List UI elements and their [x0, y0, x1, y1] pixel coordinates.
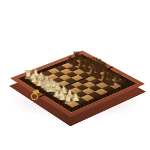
scene-3d: ♜♞♝♛♚♝♞♜♟♟♟♟♟♟♟♟♟♟♟♟♟♟♟♟♜♞♝♛♚♝♞♜: [0, 0, 150, 150]
product-photo: ♜♞♝♛♚♝♞♜♟♟♟♟♟♟♟♟♟♟♟♟♟♟♟♟♜♞♝♛♚♝♞♜: [0, 0, 150, 150]
chess-box: ♜♞♝♛♚♝♞♜♟♟♟♟♟♟♟♟♟♟♟♟♟♟♟♟♜♞♝♛♚♝♞♜: [10, 51, 145, 118]
brass-clasp: [31, 90, 41, 99]
